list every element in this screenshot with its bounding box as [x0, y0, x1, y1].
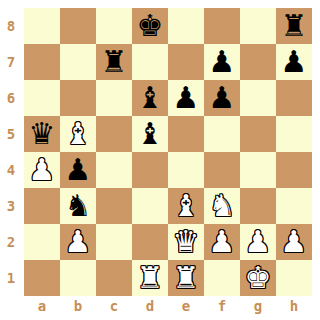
piece-black-pawn-b4[interactable]: ♟	[65, 152, 92, 188]
square-e6[interactable]: ♟	[168, 80, 204, 116]
piece-white-bishop-e3[interactable]: ♝	[173, 188, 200, 224]
square-c7[interactable]: ♜	[96, 44, 132, 80]
square-g1[interactable]: ♚	[240, 260, 276, 296]
piece-white-rook-e1[interactable]: ♜	[173, 260, 200, 296]
square-c1[interactable]	[96, 260, 132, 296]
piece-black-pawn-e6[interactable]: ♟	[173, 80, 200, 116]
square-e4[interactable]	[168, 152, 204, 188]
file-label-c: c	[96, 295, 132, 317]
square-a4[interactable]: ♟	[24, 152, 60, 188]
rank-label-7: 7	[0, 44, 22, 80]
file-label-a: a	[24, 295, 60, 317]
square-b2[interactable]: ♟	[60, 224, 96, 260]
square-f5[interactable]	[204, 116, 240, 152]
file-label-e: e	[168, 295, 204, 317]
square-e1[interactable]: ♜	[168, 260, 204, 296]
square-f3[interactable]: ♞	[204, 188, 240, 224]
square-b4[interactable]: ♟	[60, 152, 96, 188]
piece-white-king-g1[interactable]: ♚	[245, 260, 272, 296]
square-e8[interactable]	[168, 8, 204, 44]
square-f8[interactable]	[204, 8, 240, 44]
piece-black-queen-a5[interactable]: ♛	[29, 116, 56, 152]
rank-label-1: 1	[0, 260, 22, 296]
rank-label-8: 8	[0, 8, 22, 44]
square-a5[interactable]: ♛	[24, 116, 60, 152]
square-c5[interactable]	[96, 116, 132, 152]
chessboard-page: ♚♜♜♟♟♝♟♟♛♝♝♟♟♞♝♞♟♛♟♟♟♜♜♚ 87654321abcdefg…	[0, 0, 320, 320]
square-h1[interactable]	[276, 260, 312, 296]
square-d1[interactable]: ♜	[132, 260, 168, 296]
square-f6[interactable]: ♟	[204, 80, 240, 116]
square-c4[interactable]	[96, 152, 132, 188]
piece-white-queen-e2[interactable]: ♛	[173, 224, 200, 260]
square-c2[interactable]	[96, 224, 132, 260]
square-f1[interactable]	[204, 260, 240, 296]
square-b1[interactable]	[60, 260, 96, 296]
piece-white-pawn-f2[interactable]: ♟	[209, 224, 236, 260]
square-a2[interactable]	[24, 224, 60, 260]
piece-black-knight-b3[interactable]: ♞	[65, 188, 92, 224]
file-label-d: d	[132, 295, 168, 317]
square-e3[interactable]: ♝	[168, 188, 204, 224]
rank-label-2: 2	[0, 224, 22, 260]
square-e2[interactable]: ♛	[168, 224, 204, 260]
square-b6[interactable]	[60, 80, 96, 116]
square-b3[interactable]: ♞	[60, 188, 96, 224]
file-label-f: f	[204, 295, 240, 317]
square-a3[interactable]	[24, 188, 60, 224]
square-b8[interactable]	[60, 8, 96, 44]
square-b5[interactable]: ♝	[60, 116, 96, 152]
square-d3[interactable]	[132, 188, 168, 224]
square-h2[interactable]: ♟	[276, 224, 312, 260]
file-label-b: b	[60, 295, 96, 317]
square-g3[interactable]	[240, 188, 276, 224]
square-c3[interactable]	[96, 188, 132, 224]
piece-white-bishop-b5[interactable]: ♝	[65, 116, 92, 152]
piece-white-knight-f3[interactable]: ♞	[209, 188, 236, 224]
square-a1[interactable]	[24, 260, 60, 296]
square-g7[interactable]	[240, 44, 276, 80]
square-g8[interactable]	[240, 8, 276, 44]
piece-black-bishop-d5[interactable]: ♝	[137, 116, 164, 152]
square-h5[interactable]	[276, 116, 312, 152]
piece-black-pawn-f7[interactable]: ♟	[209, 44, 236, 80]
rank-label-3: 3	[0, 188, 22, 224]
piece-white-pawn-h2[interactable]: ♟	[281, 224, 308, 260]
square-f2[interactable]: ♟	[204, 224, 240, 260]
square-d6[interactable]: ♝	[132, 80, 168, 116]
square-d4[interactable]	[132, 152, 168, 188]
piece-white-rook-d1[interactable]: ♜	[137, 260, 164, 296]
piece-black-pawn-f6[interactable]: ♟	[209, 80, 236, 116]
square-h6[interactable]	[276, 80, 312, 116]
chessboard: ♚♜♜♟♟♝♟♟♛♝♝♟♟♞♝♞♟♛♟♟♟♜♜♚	[24, 8, 312, 296]
square-h8[interactable]: ♜	[276, 8, 312, 44]
square-d7[interactable]	[132, 44, 168, 80]
square-h4[interactable]	[276, 152, 312, 188]
square-g4[interactable]	[240, 152, 276, 188]
square-e5[interactable]	[168, 116, 204, 152]
piece-white-pawn-a4[interactable]: ♟	[29, 152, 56, 188]
piece-black-bishop-d6[interactable]: ♝	[137, 80, 164, 116]
square-e7[interactable]	[168, 44, 204, 80]
square-g2[interactable]: ♟	[240, 224, 276, 260]
square-a6[interactable]	[24, 80, 60, 116]
square-g5[interactable]	[240, 116, 276, 152]
square-a8[interactable]	[24, 8, 60, 44]
rank-label-4: 4	[0, 152, 22, 188]
square-h7[interactable]: ♟	[276, 44, 312, 80]
square-d8[interactable]: ♚	[132, 8, 168, 44]
file-label-g: g	[240, 295, 276, 317]
square-c8[interactable]	[96, 8, 132, 44]
piece-black-king-d8[interactable]: ♚	[137, 8, 164, 44]
piece-white-pawn-g2[interactable]: ♟	[245, 224, 272, 260]
piece-white-pawn-b2[interactable]: ♟	[65, 224, 92, 260]
square-b7[interactable]	[60, 44, 96, 80]
rank-label-6: 6	[0, 80, 22, 116]
piece-black-pawn-h7[interactable]: ♟	[281, 44, 308, 80]
square-g6[interactable]	[240, 80, 276, 116]
piece-black-rook-c7[interactable]: ♜	[101, 44, 128, 80]
square-a7[interactable]	[24, 44, 60, 80]
piece-black-rook-h8[interactable]: ♜	[281, 8, 308, 44]
square-f4[interactable]	[204, 152, 240, 188]
square-d5[interactable]: ♝	[132, 116, 168, 152]
file-label-h: h	[276, 295, 312, 317]
rank-label-5: 5	[0, 116, 22, 152]
square-f7[interactable]: ♟	[204, 44, 240, 80]
square-h3[interactable]	[276, 188, 312, 224]
square-d2[interactable]	[132, 224, 168, 260]
square-c6[interactable]	[96, 80, 132, 116]
